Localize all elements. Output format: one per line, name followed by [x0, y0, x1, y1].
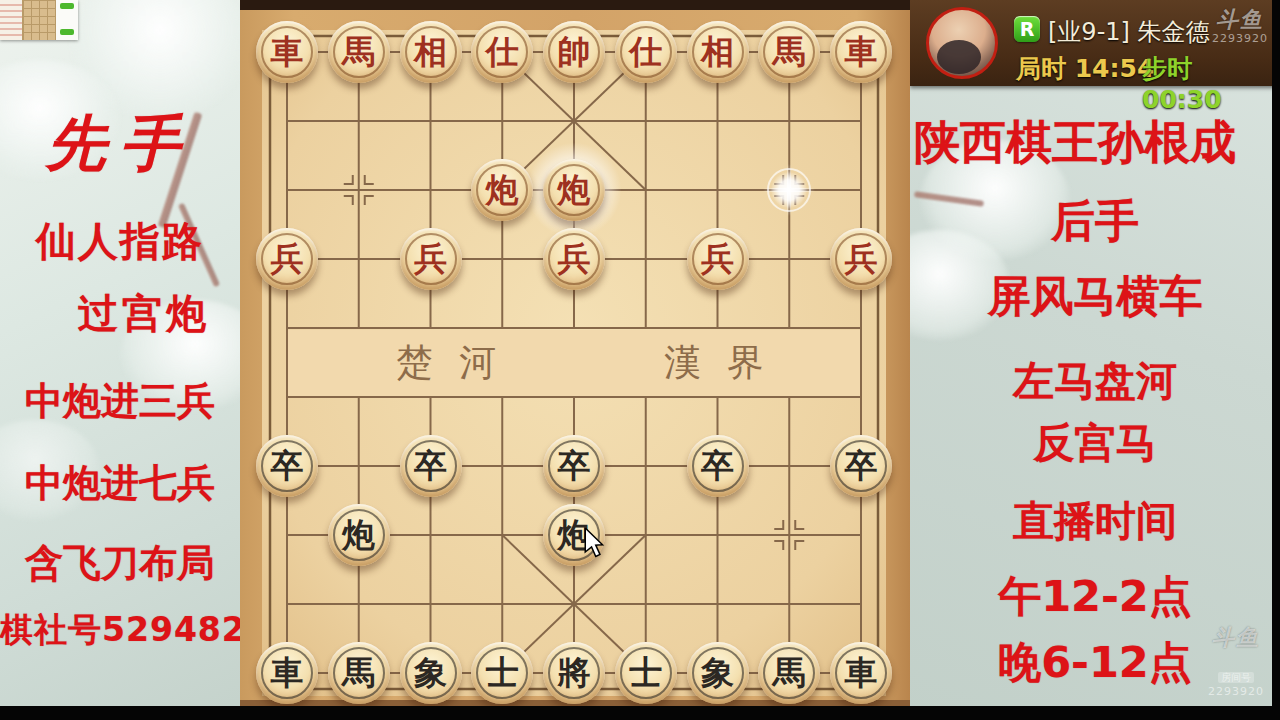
- xiangqi-board-area: 楚河 漢界 車馬相仕帥仕相馬車炮炮兵兵兵兵兵卒卒卒卒卒炮炮車馬象士將士象馬車: [240, 0, 910, 720]
- label-club-number: 棋社号529482: [0, 608, 240, 653]
- piece-black-卒[interactable]: 卒: [687, 435, 749, 497]
- douyu-logo: 斗鱼: [1212, 8, 1268, 32]
- piece-black-將[interactable]: 將: [543, 642, 605, 704]
- mini-thumb-panel: [56, 0, 78, 40]
- piece-black-車[interactable]: 車: [830, 642, 892, 704]
- letterbox-bottom: [0, 706, 1280, 720]
- label-opponent-title: 陕西棋王孙根成: [914, 112, 1280, 174]
- piece-black-車[interactable]: 車: [256, 642, 318, 704]
- piece-black-卒[interactable]: 卒: [543, 435, 605, 497]
- piece-red-相[interactable]: 相: [400, 21, 462, 83]
- piece-red-馬[interactable]: 馬: [758, 21, 820, 83]
- piece-red-仕[interactable]: 仕: [471, 21, 533, 83]
- piece-red-炮[interactable]: 炮: [471, 159, 533, 221]
- right-annotation-panel: R [业9-1] 朱金德 局时 14:54 步时 00:30 陕西棋王孙根成 后…: [910, 0, 1280, 720]
- piece-red-兵[interactable]: 兵: [830, 228, 892, 290]
- label-schedule-noon: 午12-2点: [910, 568, 1280, 626]
- game-clock: 局时 14:54: [1016, 52, 1154, 85]
- mini-thumb-text-column: [0, 0, 22, 40]
- move-clock: 步时 00:30: [1142, 52, 1280, 114]
- mini-board-thumbnail[interactable]: [0, 0, 78, 40]
- piece-red-車[interactable]: 車: [830, 21, 892, 83]
- label-defense-1: 屏风马横车: [910, 268, 1280, 326]
- douyu-logo: 斗鱼: [1208, 626, 1264, 650]
- piece-red-馬[interactable]: 馬: [328, 21, 390, 83]
- label-opening-3: 中炮进三兵: [0, 376, 240, 427]
- piece-red-兵[interactable]: 兵: [687, 228, 749, 290]
- rank-badge: R: [1014, 16, 1040, 42]
- piece-black-象[interactable]: 象: [400, 642, 462, 704]
- label-opening-1: 仙人指路: [0, 214, 240, 269]
- piece-red-兵[interactable]: 兵: [256, 228, 318, 290]
- avatar[interactable]: [926, 7, 998, 79]
- letterbox-right: [1272, 0, 1280, 720]
- piece-red-帥[interactable]: 帥: [543, 21, 605, 83]
- label-opening-5: 含飞刀布局: [0, 538, 240, 589]
- label-opening-2: 过宫炮: [24, 286, 240, 341]
- label-defense-2: 左马盘河: [910, 354, 1280, 409]
- piece-black-馬[interactable]: 馬: [328, 642, 390, 704]
- piece-red-兵[interactable]: 兵: [543, 228, 605, 290]
- piece-black-象[interactable]: 象: [687, 642, 749, 704]
- piece-red-兵[interactable]: 兵: [400, 228, 462, 290]
- mouse-cursor: [582, 528, 608, 558]
- piece-black-卒[interactable]: 卒: [256, 435, 318, 497]
- left-annotation-panel: 先手 仙人指路 过宫炮 中炮进三兵 中炮进七兵 含飞刀布局 棋社号529482: [0, 0, 240, 720]
- move-sparkle-effect: [763, 164, 815, 216]
- piece-red-炮[interactable]: 炮: [543, 159, 605, 221]
- piece-black-士[interactable]: 士: [471, 642, 533, 704]
- piece-black-馬[interactable]: 馬: [758, 642, 820, 704]
- piece-red-車[interactable]: 車: [256, 21, 318, 83]
- piece-black-卒[interactable]: 卒: [830, 435, 892, 497]
- player-name: [业9-1] 朱金德: [1048, 16, 1210, 48]
- piece-black-士[interactable]: 士: [615, 642, 677, 704]
- stream-frame: 先手 仙人指路 过宫炮 中炮进三兵 中炮进七兵 含飞刀布局 棋社号529482: [0, 0, 1280, 720]
- piece-red-仕[interactable]: 仕: [615, 21, 677, 83]
- label-second-move: 后手: [910, 192, 1280, 251]
- piece-layer: 車馬相仕帥仕相馬車炮炮兵兵兵兵兵卒卒卒卒卒炮炮車馬象士將士象馬車: [240, 0, 910, 720]
- douyu-watermark-bottom: 斗鱼 房间号 2293920: [1208, 626, 1264, 698]
- piece-black-炮[interactable]: 炮: [328, 504, 390, 566]
- piece-red-相[interactable]: 相: [687, 21, 749, 83]
- label-first-move: 先手: [0, 104, 240, 185]
- mini-thumb-board: [22, 0, 56, 40]
- douyu-watermark-top: 斗鱼 2293920: [1212, 8, 1268, 45]
- label-opening-4: 中炮进七兵: [0, 458, 240, 509]
- label-defense-3: 反宫马: [910, 416, 1280, 471]
- label-stream-schedule-title: 直播时间: [910, 494, 1280, 549]
- piece-black-卒[interactable]: 卒: [400, 435, 462, 497]
